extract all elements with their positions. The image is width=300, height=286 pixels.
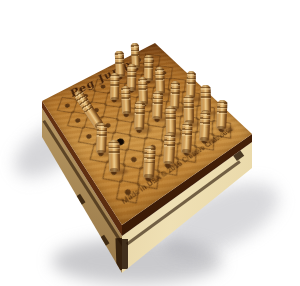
peg[interactable] <box>143 145 155 178</box>
peg[interactable] <box>152 90 163 119</box>
peg[interactable] <box>170 81 180 109</box>
peg[interactable] <box>163 133 175 165</box>
peg[interactable] <box>108 140 119 172</box>
peg[interactable] <box>134 101 145 130</box>
peg[interactable] <box>121 86 131 114</box>
peg[interactable] <box>166 106 176 136</box>
peg[interactable] <box>216 100 227 130</box>
peg-jump-product-photo: Peg Jump 6 Made in USA © 2016 Creative C… <box>0 0 300 286</box>
peg[interactable] <box>183 95 193 124</box>
peg[interactable] <box>200 85 210 113</box>
peg[interactable] <box>96 122 107 153</box>
peg[interactable] <box>181 122 193 153</box>
pegs-layer <box>0 0 300 286</box>
peg[interactable] <box>110 73 120 100</box>
peg[interactable] <box>199 110 211 141</box>
